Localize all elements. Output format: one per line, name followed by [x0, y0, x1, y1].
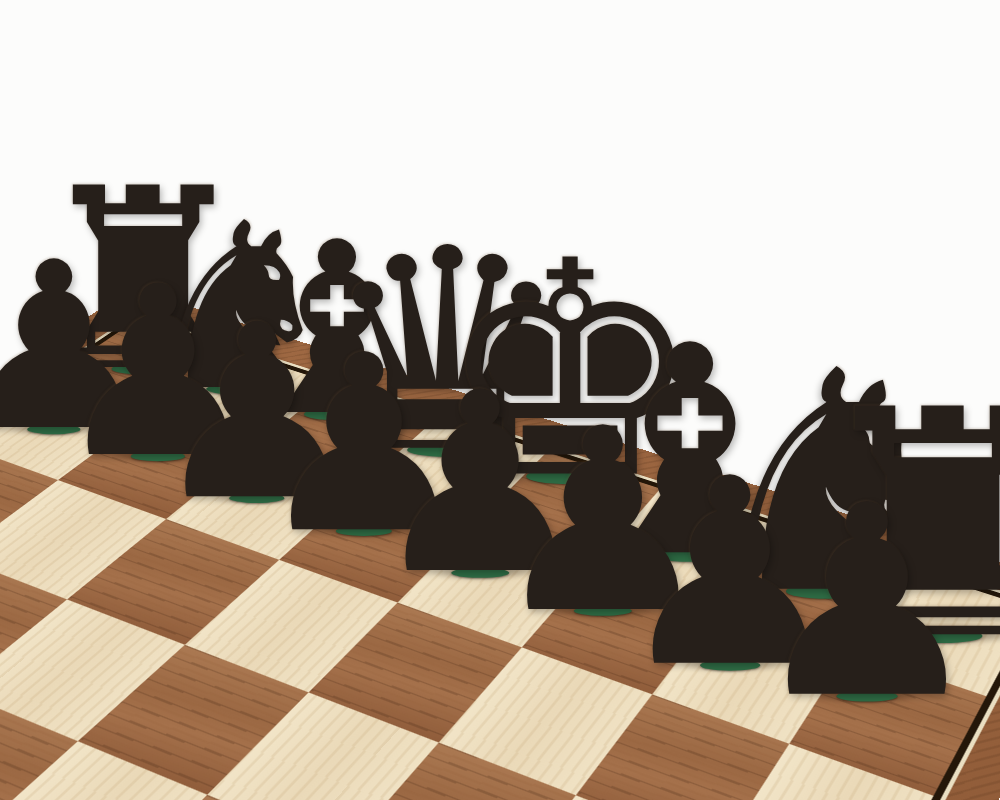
- pieces-layer: ♜♞♝♛♚♝♞♜♟♟♟♟♟♟♟♟: [0, 0, 1000, 800]
- chess-product-photo: ♜♞♝♛♚♝♞♜♟♟♟♟♟♟♟♟: [0, 0, 1000, 800]
- piece-h7-black-pawn[interactable]: ♟: [749, 471, 986, 735]
